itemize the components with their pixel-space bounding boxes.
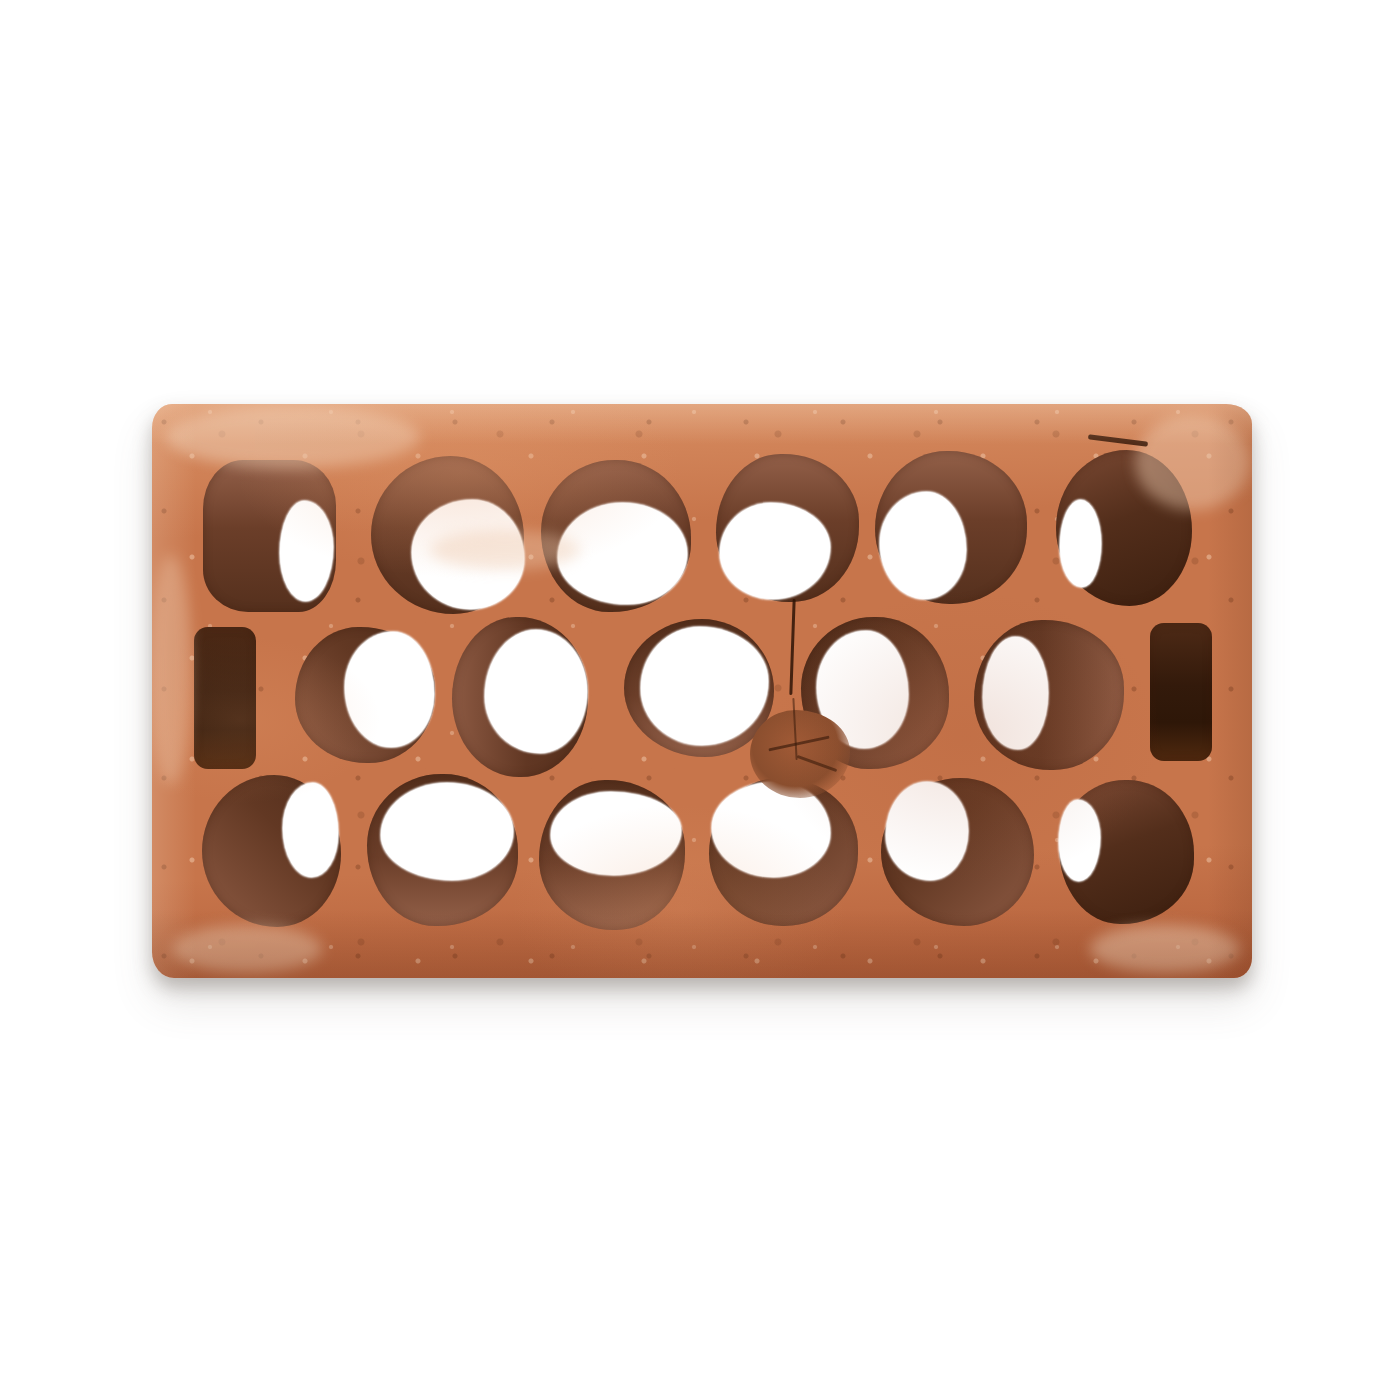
brick-hole-bot-6 (1059, 780, 1194, 924)
brick (152, 404, 1252, 978)
brick-hole-bot-2 (367, 774, 518, 926)
brick-hole-top-4 (716, 454, 859, 602)
brick-hole-mid-1 (295, 627, 435, 763)
brick-hole-mid-2 (452, 617, 588, 777)
brick-hole-top-5 (875, 451, 1027, 604)
brick-hole-mid-4 (801, 617, 949, 769)
through-hole-opening (283, 783, 339, 877)
brick-hole-top-2 (371, 456, 524, 614)
through-hole-opening (558, 503, 687, 605)
brick-hole-mid-3 (624, 619, 774, 757)
through-hole-opening (381, 783, 514, 880)
crack-line (792, 698, 797, 760)
through-hole-opening (817, 631, 907, 748)
through-hole-opening (1059, 800, 1100, 881)
efflorescence-patch (165, 406, 420, 468)
brick-hole-top-3 (541, 460, 691, 612)
brick-hole-top-1 (203, 460, 336, 612)
photo-canvas (0, 0, 1400, 1400)
efflorescence-patch (152, 555, 192, 785)
through-hole-opening (983, 637, 1048, 750)
crack-line (789, 599, 795, 695)
through-hole-opening (551, 792, 681, 875)
brick-hole-mid-slot-right (1150, 623, 1212, 761)
brick-hole-bot-5 (881, 778, 1034, 926)
through-hole-opening (712, 782, 830, 877)
through-hole-opening (720, 503, 830, 599)
through-hole-opening (280, 501, 333, 601)
through-hole-opening (880, 492, 967, 599)
through-hole-opening (1060, 500, 1101, 587)
brick-hole-bot-3 (539, 780, 685, 930)
through-hole-opening (886, 782, 969, 880)
through-hole-opening (412, 500, 524, 609)
brick-hole-bot-1 (202, 775, 341, 927)
brick-hole-top-6 (1056, 450, 1192, 606)
crack-line (797, 755, 837, 772)
through-hole-opening (485, 630, 587, 753)
efflorescence-patch (172, 925, 322, 973)
through-hole-opening (641, 627, 769, 744)
brick-hole-bot-4 (709, 778, 858, 926)
crack-line (1088, 434, 1148, 446)
efflorescence-patch (1090, 925, 1240, 973)
brick-hole-mid-slot-left (194, 627, 256, 769)
through-hole-opening (345, 632, 433, 746)
brick-hole-mid-5 (974, 620, 1124, 770)
